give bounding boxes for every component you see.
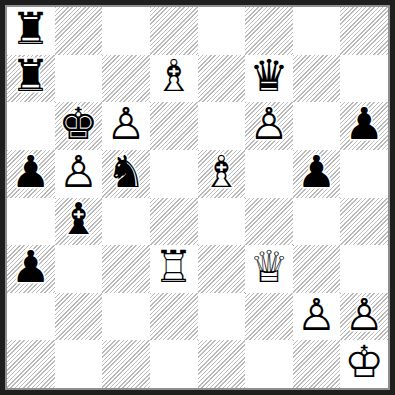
square-f6[interactable]: ♟♙ [245, 102, 293, 150]
square-c5[interactable]: ♞♞ [102, 150, 150, 198]
white-queen-f3: ♛♕ [245, 245, 293, 293]
white-pawn-c6: ♟♙ [102, 102, 150, 150]
square-d8[interactable] [150, 7, 198, 55]
square-g4[interactable] [293, 198, 341, 246]
square-d1[interactable] [150, 340, 198, 388]
square-e4[interactable] [198, 198, 246, 246]
black-rook-a7: ♜♜ [7, 55, 55, 103]
piece-glyph: ♕ [245, 245, 293, 289]
square-b6[interactable]: ♚♚ [55, 102, 103, 150]
white-pawn-g2: ♟♙ [293, 293, 341, 341]
square-a3[interactable]: ♟♟ [7, 245, 55, 293]
square-c4[interactable] [102, 198, 150, 246]
black-pawn-a5: ♟♟ [7, 150, 55, 198]
square-g3[interactable] [293, 245, 341, 293]
square-e5[interactable]: ♝♗ [198, 150, 246, 198]
black-pawn-h6: ♟♟ [340, 102, 388, 150]
square-b1[interactable] [55, 340, 103, 388]
square-e1[interactable] [198, 340, 246, 388]
square-g5[interactable]: ♟♟ [293, 150, 341, 198]
square-a7[interactable]: ♜♜ [7, 55, 55, 103]
square-h4[interactable] [340, 198, 388, 246]
square-h7[interactable] [340, 55, 388, 103]
square-a4[interactable] [7, 198, 55, 246]
square-h1[interactable]: ♚♔ [340, 340, 388, 388]
piece-glyph: ♛ [245, 55, 293, 99]
white-rook-d3: ♜♖ [150, 245, 198, 293]
black-queen-f7: ♛♛ [245, 55, 293, 103]
piece-glyph: ♙ [55, 150, 103, 194]
square-h2[interactable]: ♟♙ [340, 293, 388, 341]
black-pawn-a3: ♟♟ [7, 245, 55, 293]
square-g6[interactable] [293, 102, 341, 150]
square-f3[interactable]: ♛♕ [245, 245, 293, 293]
square-h8[interactable] [340, 7, 388, 55]
piece-glyph: ♖ [150, 245, 198, 289]
piece-glyph: ♟ [7, 150, 55, 194]
square-f1[interactable] [245, 340, 293, 388]
piece-glyph: ♙ [293, 293, 341, 337]
square-e2[interactable] [198, 293, 246, 341]
square-f5[interactable] [245, 150, 293, 198]
piece-glyph: ♚ [55, 102, 103, 146]
piece-glyph: ♜ [7, 7, 55, 51]
square-d3[interactable]: ♜♖ [150, 245, 198, 293]
square-h6[interactable]: ♟♟ [340, 102, 388, 150]
square-b8[interactable] [55, 7, 103, 55]
square-b4[interactable]: ♝♝ [55, 198, 103, 246]
piece-glyph: ♙ [245, 102, 293, 146]
square-e8[interactable] [198, 7, 246, 55]
square-b7[interactable] [55, 55, 103, 103]
square-g2[interactable]: ♟♙ [293, 293, 341, 341]
square-g8[interactable] [293, 7, 341, 55]
white-bishop-d7: ♝♗ [150, 55, 198, 103]
square-c8[interactable] [102, 7, 150, 55]
piece-glyph: ♟ [7, 245, 55, 289]
square-f7[interactable]: ♛♛ [245, 55, 293, 103]
square-a8[interactable]: ♜♜ [7, 7, 55, 55]
square-c3[interactable] [102, 245, 150, 293]
square-c1[interactable] [102, 340, 150, 388]
square-d2[interactable] [150, 293, 198, 341]
square-c6[interactable]: ♟♙ [102, 102, 150, 150]
square-d6[interactable] [150, 102, 198, 150]
white-pawn-f6: ♟♙ [245, 102, 293, 150]
square-f2[interactable] [245, 293, 293, 341]
piece-glyph: ♔ [340, 340, 388, 384]
board-frame: ♜♜♜♜♝♗♛♛♚♚♟♙♟♙♟♟♟♟♟♙♞♞♝♗♟♟♝♝♟♟♜♖♛♕♟♙♟♙♚♔ [0, 0, 395, 395]
piece-glyph: ♙ [340, 293, 388, 337]
square-e3[interactable] [198, 245, 246, 293]
square-c7[interactable] [102, 55, 150, 103]
square-c2[interactable] [102, 293, 150, 341]
square-f4[interactable] [245, 198, 293, 246]
piece-glyph: ♜ [7, 55, 55, 99]
piece-glyph: ♟ [293, 150, 341, 194]
white-king-h1: ♚♔ [340, 340, 388, 388]
square-e6[interactable] [198, 102, 246, 150]
square-b5[interactable]: ♟♙ [55, 150, 103, 198]
square-f8[interactable] [245, 7, 293, 55]
square-a1[interactable] [7, 340, 55, 388]
square-b3[interactable] [55, 245, 103, 293]
square-d5[interactable] [150, 150, 198, 198]
black-knight-c5: ♞♞ [102, 150, 150, 198]
piece-glyph: ♗ [198, 150, 246, 194]
white-bishop-e5: ♝♗ [198, 150, 246, 198]
white-pawn-b5: ♟♙ [55, 150, 103, 198]
white-pawn-h2: ♟♙ [340, 293, 388, 341]
piece-glyph: ♞ [102, 150, 150, 194]
square-h5[interactable] [340, 150, 388, 198]
black-pawn-g5: ♟♟ [293, 150, 341, 198]
square-g7[interactable] [293, 55, 341, 103]
black-bishop-b4: ♝♝ [55, 198, 103, 246]
square-b2[interactable] [55, 293, 103, 341]
chess-board: ♜♜♜♜♝♗♛♛♚♚♟♙♟♙♟♟♟♟♟♙♞♞♝♗♟♟♝♝♟♟♜♖♛♕♟♙♟♙♚♔ [7, 7, 388, 388]
piece-glyph: ♟ [340, 102, 388, 146]
black-king-b6: ♚♚ [55, 102, 103, 150]
piece-glyph: ♝ [55, 198, 103, 242]
piece-glyph: ♙ [102, 102, 150, 146]
square-a2[interactable] [7, 293, 55, 341]
square-a5[interactable]: ♟♟ [7, 150, 55, 198]
piece-glyph: ♗ [150, 55, 198, 99]
black-rook-a8: ♜♜ [7, 7, 55, 55]
square-h3[interactable] [340, 245, 388, 293]
square-a6[interactable] [7, 102, 55, 150]
square-d4[interactable] [150, 198, 198, 246]
square-g1[interactable] [293, 340, 341, 388]
square-e7[interactable] [198, 55, 246, 103]
square-d7[interactable]: ♝♗ [150, 55, 198, 103]
